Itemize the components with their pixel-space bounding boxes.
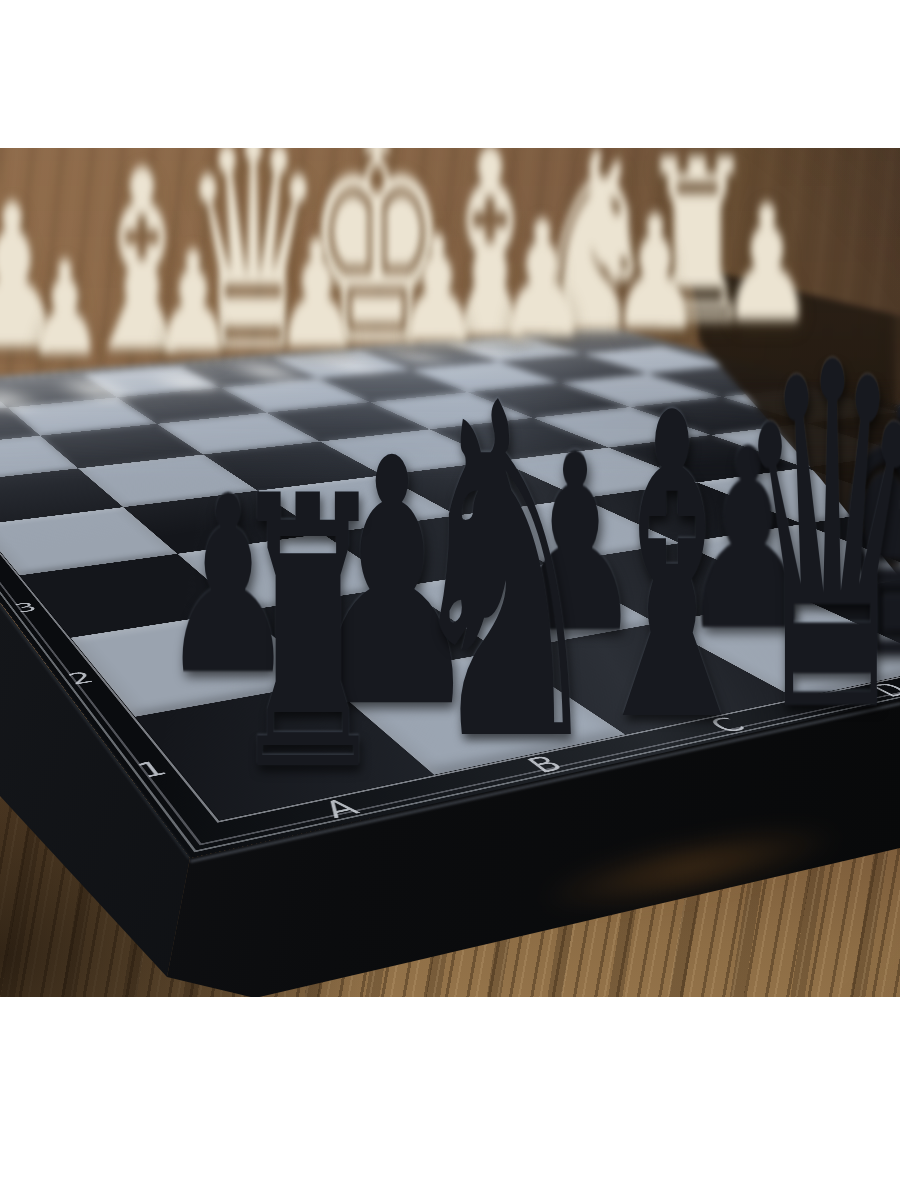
white-pawn-c7: ♟: [152, 233, 234, 373]
black-knight-b1: ♞: [402, 345, 608, 805]
black-rook-a1: ♜: [227, 448, 388, 823]
white-pawn-b7: ♟: [27, 244, 103, 374]
white-pawn-d7: ♟: [273, 220, 360, 370]
rank-label-2: 2: [64, 668, 100, 688]
screenshot-page: ABCDEFGH 12345678 ♜♟♞♟♝♟♚♛♟♟♝♟♟♟ ♟♟♚♟♛♟♝…: [0, 0, 900, 1200]
rank-label-1: 1: [131, 756, 174, 783]
rank-label-3: 3: [11, 599, 42, 615]
chess-set-photo: ABCDEFGH 12345678 ♜♟♞♟♝♟♚♛♟♟♝♟♟♟ ♟♟♚♟♛♟♝…: [0, 148, 900, 997]
